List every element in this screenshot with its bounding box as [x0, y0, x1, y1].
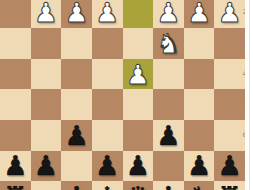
- square-f7[interactable]: [61, 151, 92, 182]
- square-f3[interactable]: [61, 28, 92, 59]
- square-b4[interactable]: [184, 59, 215, 90]
- square-f4[interactable]: [61, 59, 92, 90]
- square-b2[interactable]: ♟: [184, 0, 215, 28]
- square-g4[interactable]: [31, 59, 62, 90]
- square-c6[interactable]: ♟: [153, 120, 184, 151]
- white-pawn-g2[interactable]: ♟: [34, 0, 58, 26]
- square-f2[interactable]: ♟: [61, 0, 92, 28]
- square-e2[interactable]: ♟: [92, 0, 123, 28]
- square-b8[interactable]: ♞: [184, 181, 215, 190]
- square-g6[interactable]: [31, 120, 62, 151]
- square-c7[interactable]: [153, 151, 184, 182]
- square-e6[interactable]: [92, 120, 123, 151]
- square-g3[interactable]: [31, 28, 62, 59]
- square-f6[interactable]: ♟: [61, 120, 92, 151]
- square-d4[interactable]: ♟: [123, 59, 154, 90]
- square-b6[interactable]: [184, 120, 215, 151]
- white-pawn-e2[interactable]: ♟: [95, 0, 119, 26]
- square-h8[interactable]: ♜: [0, 181, 31, 190]
- black-knight-b8[interactable]: ♞: [187, 183, 211, 190]
- black-bishop-c8[interactable]: ♝: [156, 183, 180, 190]
- black-pawn-g7[interactable]: ♟: [34, 152, 58, 179]
- square-d3[interactable]: [123, 28, 154, 59]
- black-pawn-e7[interactable]: ♟: [95, 152, 119, 179]
- white-pawn-a2[interactable]: ♟: [218, 0, 242, 26]
- square-a7[interactable]: ♟: [214, 151, 245, 182]
- square-e3[interactable]: [92, 28, 123, 59]
- white-pawn-b2[interactable]: ♟: [187, 0, 211, 26]
- square-e5[interactable]: [92, 89, 123, 120]
- square-c2[interactable]: ♟: [153, 0, 184, 28]
- square-g2[interactable]: ♟: [31, 0, 62, 28]
- white-knight-c3[interactable]: ♞: [156, 30, 180, 57]
- square-h3[interactable]: [0, 28, 31, 59]
- square-d7[interactable]: ♟: [123, 151, 154, 182]
- square-c8[interactable]: ♝: [153, 181, 184, 190]
- square-d8[interactable]: ♛: [123, 181, 154, 190]
- square-f8[interactable]: ♝: [61, 181, 92, 190]
- square-d5[interactable]: [123, 89, 154, 120]
- square-d6[interactable]: [123, 120, 154, 151]
- square-h4[interactable]: [0, 59, 31, 90]
- square-e8[interactable]: ♚: [92, 181, 123, 190]
- square-a2[interactable]: ♟: [214, 0, 245, 28]
- square-h7[interactable]: ♟: [0, 151, 31, 182]
- square-h5[interactable]: [0, 89, 31, 120]
- black-pawn-h7[interactable]: ♟: [3, 152, 27, 179]
- square-b7[interactable]: ♟: [184, 151, 215, 182]
- square-h2[interactable]: [0, 0, 31, 28]
- black-king-e8[interactable]: ♚: [95, 183, 119, 190]
- panel-divider: [249, 0, 250, 190]
- square-g7[interactable]: ♟: [31, 151, 62, 182]
- black-pawn-a7[interactable]: ♟: [218, 152, 242, 179]
- black-pawn-d7[interactable]: ♟: [126, 152, 150, 179]
- black-pawn-c6[interactable]: ♟: [156, 122, 180, 149]
- chess-app-viewport: ♟♟♟♟♟♟♞♟♟♟♟♟♟♟♟♟♜♝♚♛♝♞♜ 234567: [0, 0, 253, 190]
- black-pawn-b7[interactable]: ♟: [187, 152, 211, 179]
- square-c5[interactable]: [153, 89, 184, 120]
- square-a5[interactable]: [214, 89, 245, 120]
- square-c3[interactable]: ♞: [153, 28, 184, 59]
- board-grid: ♟♟♟♟♟♟♞♟♟♟♟♟♟♟♟♟♜♝♚♛♝♞♜: [0, 0, 245, 190]
- square-g5[interactable]: [31, 89, 62, 120]
- black-rook-a8[interactable]: ♜: [218, 183, 242, 190]
- square-a4[interactable]: [214, 59, 245, 90]
- square-g8[interactable]: [31, 181, 62, 190]
- square-a8[interactable]: ♜: [214, 181, 245, 190]
- white-pawn-c2[interactable]: ♟: [156, 0, 180, 26]
- square-a3[interactable]: [214, 28, 245, 59]
- square-a6[interactable]: [214, 120, 245, 151]
- square-f5[interactable]: [61, 89, 92, 120]
- square-b5[interactable]: [184, 89, 215, 120]
- black-queen-d8[interactable]: ♛: [126, 183, 150, 190]
- white-pawn-f2[interactable]: ♟: [64, 0, 88, 26]
- square-c4[interactable]: [153, 59, 184, 90]
- square-d2[interactable]: [123, 0, 154, 28]
- square-e4[interactable]: [92, 59, 123, 90]
- black-rook-h8[interactable]: ♜: [3, 183, 27, 190]
- square-h6[interactable]: [0, 120, 31, 151]
- square-b3[interactable]: [184, 28, 215, 59]
- chess-board: ♟♟♟♟♟♟♞♟♟♟♟♟♟♟♟♟♜♝♚♛♝♞♜ 234567: [0, 0, 245, 190]
- black-pawn-f6[interactable]: ♟: [64, 122, 88, 149]
- white-pawn-d4[interactable]: ♟: [126, 61, 150, 88]
- square-e7[interactable]: ♟: [92, 151, 123, 182]
- black-bishop-f8[interactable]: ♝: [64, 183, 88, 190]
